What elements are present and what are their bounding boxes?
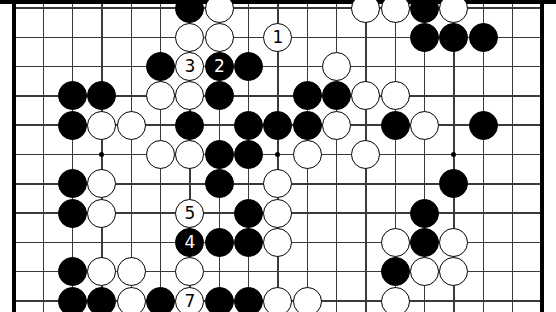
stone-black-c15-r1 <box>410 0 439 23</box>
move-number-label: 4 <box>185 234 196 251</box>
stone-white-c5-r10 <box>117 257 146 286</box>
grid-line-v-2 <box>43 0 45 312</box>
stone-white-c11-r11 <box>293 287 322 312</box>
stone-white-c10-r11 <box>263 287 292 312</box>
stone-white-c5-r11 <box>117 287 146 312</box>
stone-white-c6-r4 <box>146 81 175 110</box>
stone-black-c8-r6 <box>205 140 234 169</box>
stone-white-move-5: 5 <box>175 199 204 228</box>
stone-black-c17-r5 <box>469 111 498 140</box>
stone-black-c6-r3 <box>146 52 175 81</box>
stone-white-c12-r5 <box>322 111 351 140</box>
stone-white-c8-r1 <box>205 0 234 23</box>
stone-black-c9-r5 <box>234 111 263 140</box>
board-edge-right <box>540 0 544 312</box>
stone-white-c10-r9 <box>263 228 292 257</box>
stone-black-c8-r9 <box>205 228 234 257</box>
grid-line-v-12 <box>336 0 338 312</box>
stone-black-c16-r7 <box>439 169 468 198</box>
stone-white-c11-r6 <box>293 140 322 169</box>
stone-white-c4-r5 <box>87 111 116 140</box>
stone-white-c15-r10 <box>410 257 439 286</box>
stone-black-c16-r2 <box>439 23 468 52</box>
stone-black-c15-r2 <box>410 23 439 52</box>
move-number-label: 1 <box>273 29 284 46</box>
grid-line-v-18 <box>512 0 514 312</box>
stone-black-c9-r3 <box>234 52 263 81</box>
stone-white-c16-r1 <box>439 0 468 23</box>
stone-black-c10-r5 <box>263 111 292 140</box>
move-number-label: 2 <box>214 58 225 75</box>
stone-white-move-7: 7 <box>175 287 204 312</box>
stone-white-c13-r4 <box>351 81 380 110</box>
stone-black-c3-r4 <box>58 81 87 110</box>
stone-white-c16-r10 <box>439 257 468 286</box>
stone-white-c14-r1 <box>381 0 410 23</box>
stone-white-c7-r2 <box>175 23 204 52</box>
stone-black-c8-r4 <box>205 81 234 110</box>
stone-white-c15-r5 <box>410 111 439 140</box>
stone-black-c14-r5 <box>381 111 410 140</box>
stone-black-c7-r1 <box>175 0 204 23</box>
stone-black-c14-r10 <box>381 257 410 286</box>
stone-black-c15-r9 <box>410 228 439 257</box>
stone-white-c4-r7 <box>87 169 116 198</box>
stone-white-c5-r5 <box>117 111 146 140</box>
stone-black-c9-r6 <box>234 140 263 169</box>
stone-white-c12-r3 <box>322 52 351 81</box>
move-number-label: 7 <box>185 293 196 310</box>
stone-black-c3-r11 <box>58 287 87 312</box>
stone-black-c12-r4 <box>322 81 351 110</box>
stone-white-c7-r6 <box>175 140 204 169</box>
stone-white-c13-r1 <box>351 0 380 23</box>
stone-white-c4-r8 <box>87 199 116 228</box>
stone-black-c7-r5 <box>175 111 204 140</box>
top-crop-line <box>0 0 556 4</box>
stone-black-c4-r4 <box>87 81 116 110</box>
stone-white-c16-r9 <box>439 228 468 257</box>
star-point-c4-r6 <box>99 152 104 157</box>
stone-white-c10-r8 <box>263 199 292 228</box>
stone-white-c14-r4 <box>381 81 410 110</box>
stone-black-c4-r11 <box>87 287 116 312</box>
stone-white-c10-r7 <box>263 169 292 198</box>
stone-black-c9-r11 <box>234 287 263 312</box>
stone-white-c6-r6 <box>146 140 175 169</box>
move-number-label: 3 <box>185 58 196 75</box>
stone-black-c6-r11 <box>146 287 175 312</box>
stone-black-c3-r7 <box>58 169 87 198</box>
stone-white-c13-r6 <box>351 140 380 169</box>
stone-black-c9-r9 <box>234 228 263 257</box>
go-board-diagram: 132547 <box>0 0 556 312</box>
stone-black-move-2: 2 <box>205 52 234 81</box>
stone-white-c14-r9 <box>381 228 410 257</box>
stone-white-move-1: 1 <box>263 23 292 52</box>
stone-black-c3-r10 <box>58 257 87 286</box>
stone-white-c7-r10 <box>175 257 204 286</box>
move-number-label: 5 <box>185 205 196 222</box>
stone-black-c11-r5 <box>293 111 322 140</box>
stone-white-c8-r2 <box>205 23 234 52</box>
stone-black-c9-r8 <box>234 199 263 228</box>
stone-white-c4-r10 <box>87 257 116 286</box>
star-point-c10-r6 <box>275 152 280 157</box>
stone-black-move-4: 4 <box>175 228 204 257</box>
stone-black-c8-r7 <box>205 169 234 198</box>
stone-white-c7-r4 <box>175 81 204 110</box>
stone-white-move-3: 3 <box>175 52 204 81</box>
board-edge-left <box>12 0 16 312</box>
stone-white-c14-r11 <box>381 287 410 312</box>
stone-black-c17-r2 <box>469 23 498 52</box>
star-point-c16-r6 <box>451 152 456 157</box>
stone-black-c15-r8 <box>410 199 439 228</box>
stone-black-c11-r4 <box>293 81 322 110</box>
stone-black-c8-r11 <box>205 287 234 312</box>
stone-black-c3-r8 <box>58 199 87 228</box>
stone-black-c3-r5 <box>58 111 87 140</box>
